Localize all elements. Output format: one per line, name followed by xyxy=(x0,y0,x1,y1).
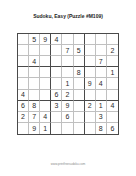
cell-r8c7 xyxy=(85,112,96,123)
cell-r2c6: 5 xyxy=(74,45,85,56)
cell-r4c2 xyxy=(29,67,40,78)
cell-r3c2: 4 xyxy=(29,56,40,67)
cell-r3c3 xyxy=(40,56,51,67)
cell-r2c2 xyxy=(29,45,40,56)
cell-r2c8 xyxy=(96,45,107,56)
cell-r1c3: 9 xyxy=(40,34,51,45)
cell-r5c9 xyxy=(107,78,118,89)
cell-r6c3 xyxy=(40,90,51,101)
cell-r8c3: 4 xyxy=(40,112,51,123)
cell-r4c5 xyxy=(62,67,73,78)
cell-r7c7: 2 xyxy=(85,101,96,112)
cell-r6c7 xyxy=(85,90,96,101)
cell-r3c5 xyxy=(62,56,73,67)
cell-r2c3 xyxy=(40,45,51,56)
cell-r2c1 xyxy=(18,45,29,56)
cell-r5c6 xyxy=(74,78,85,89)
cell-r9c4 xyxy=(51,123,62,134)
cell-r5c4 xyxy=(51,78,62,89)
cell-r9c2: 9 xyxy=(29,123,40,134)
cell-r2c4 xyxy=(51,45,62,56)
cell-r6c9 xyxy=(107,90,118,101)
cell-r1c4: 4 xyxy=(51,34,62,45)
cell-r3c6 xyxy=(74,56,85,67)
cell-r4c4 xyxy=(51,67,62,78)
cell-r7c2: 8 xyxy=(29,101,40,112)
cell-r6c6 xyxy=(74,90,85,101)
cell-r9c9: 6 xyxy=(107,123,118,134)
cell-r2c7 xyxy=(85,45,96,56)
cell-r4c1 xyxy=(18,67,29,78)
cell-r5c5: 1 xyxy=(62,78,73,89)
cell-r7c4: 3 xyxy=(51,101,62,112)
cell-r4c6: 8 xyxy=(74,67,85,78)
cell-r1c2: 5 xyxy=(29,34,40,45)
cell-r8c8: 3 xyxy=(96,112,107,123)
cell-r3c4 xyxy=(51,56,62,67)
cell-r6c1: 4 xyxy=(18,90,29,101)
cell-r9c8: 8 xyxy=(96,123,107,134)
footer-url: www.printfreesudoku.com xyxy=(0,162,136,166)
cell-r2c5: 7 xyxy=(62,45,73,56)
cell-r2c9: 2 xyxy=(107,45,118,56)
cell-r7c8: 1 xyxy=(96,101,107,112)
cell-r8c6 xyxy=(74,112,85,123)
cell-r8c9 xyxy=(107,112,118,123)
sudoku-board: 59475247811944626839214274639186 xyxy=(17,33,119,135)
cell-r6c5: 2 xyxy=(62,90,73,101)
sudoku-page: Sudoku, Easy (Puzzle #M109) 594752478119… xyxy=(0,0,136,176)
cell-r9c7 xyxy=(85,123,96,134)
cell-r1c6 xyxy=(74,34,85,45)
page-title: Sudoku, Easy (Puzzle #M109) xyxy=(0,13,136,19)
cell-r4c9: 1 xyxy=(107,67,118,78)
cell-r1c7 xyxy=(85,34,96,45)
cell-r8c4 xyxy=(51,112,62,123)
cell-r4c7 xyxy=(85,67,96,78)
cell-r9c3: 1 xyxy=(40,123,51,134)
cell-r3c8: 7 xyxy=(96,56,107,67)
cell-r1c8 xyxy=(96,34,107,45)
cell-r3c9 xyxy=(107,56,118,67)
cell-r7c3 xyxy=(40,101,51,112)
cell-r1c1 xyxy=(18,34,29,45)
cell-r4c8 xyxy=(96,67,107,78)
cell-r6c2 xyxy=(29,90,40,101)
cell-r5c3 xyxy=(40,78,51,89)
cell-r8c2: 7 xyxy=(29,112,40,123)
cell-r8c1: 2 xyxy=(18,112,29,123)
cell-r9c6 xyxy=(74,123,85,134)
cell-r5c8: 4 xyxy=(96,78,107,89)
cell-r7c1: 6 xyxy=(18,101,29,112)
cell-r5c7: 9 xyxy=(85,78,96,89)
cell-r1c5 xyxy=(62,34,73,45)
cell-r8c5: 6 xyxy=(62,112,73,123)
cell-r7c6 xyxy=(74,101,85,112)
cell-r7c5: 9 xyxy=(62,101,73,112)
cell-r3c7 xyxy=(85,56,96,67)
cell-r5c2 xyxy=(29,78,40,89)
cell-r6c4: 6 xyxy=(51,90,62,101)
cell-r4c3 xyxy=(40,67,51,78)
cell-r9c1 xyxy=(18,123,29,134)
cell-r3c1 xyxy=(18,56,29,67)
cell-r9c5 xyxy=(62,123,73,134)
cell-r7c9: 4 xyxy=(107,101,118,112)
cell-r5c1 xyxy=(18,78,29,89)
cell-r1c9 xyxy=(107,34,118,45)
cell-r6c8 xyxy=(96,90,107,101)
